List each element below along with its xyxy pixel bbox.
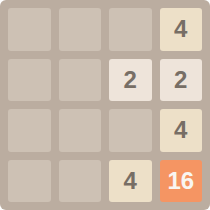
- empty-cell: [8, 8, 51, 51]
- empty-cell: [8, 59, 51, 102]
- empty-cell: [8, 160, 51, 203]
- tile-4: 4: [109, 160, 152, 203]
- empty-cell: [109, 8, 152, 51]
- empty-cell: [59, 8, 102, 51]
- empty-cell: [59, 59, 102, 102]
- page: 4224416: [0, 0, 210, 210]
- board-grid[interactable]: 4224416: [0, 0, 210, 210]
- empty-cell: [59, 109, 102, 152]
- empty-cell: [8, 109, 51, 152]
- empty-cell: [109, 109, 152, 152]
- tile-16: 16: [160, 160, 203, 203]
- tile-2: 2: [109, 59, 152, 102]
- empty-cell: [59, 160, 102, 203]
- tile-2: 2: [160, 59, 203, 102]
- tile-4: 4: [160, 8, 203, 51]
- tile-4: 4: [160, 109, 203, 152]
